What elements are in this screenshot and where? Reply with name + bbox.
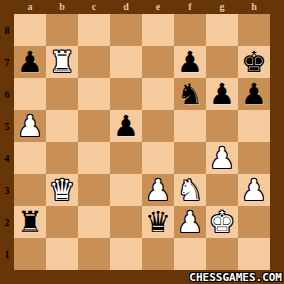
black-pawn: ♟ [241,78,267,110]
black-knight: ♞ [177,78,203,110]
square-c8[interactable] [78,14,110,46]
square-f8[interactable] [174,14,206,46]
rank-label-1: 1 [0,238,14,270]
square-g7[interactable] [206,46,238,78]
square-a2[interactable]: ♜ [14,206,46,238]
square-b7[interactable]: ♜ [46,46,78,78]
square-e6[interactable] [142,78,174,110]
square-e8[interactable] [142,14,174,46]
white-pawn: ♟ [145,174,171,206]
square-d1[interactable] [110,238,142,270]
square-h4[interactable] [238,142,270,174]
square-g8[interactable] [206,14,238,46]
square-g3[interactable] [206,174,238,206]
square-h7[interactable]: ♚ [238,46,270,78]
square-h5[interactable] [238,110,270,142]
black-rook: ♜ [17,206,43,238]
white-rook: ♜ [49,46,75,78]
white-pawn: ♟ [17,110,43,142]
square-f4[interactable] [174,142,206,174]
square-e4[interactable] [142,142,174,174]
square-d4[interactable] [110,142,142,174]
file-label-c: c [78,0,110,14]
square-c3[interactable] [78,174,110,206]
black-king: ♚ [241,46,267,78]
file-label-g: g [206,0,238,14]
square-c7[interactable] [78,46,110,78]
square-a3[interactable] [14,174,46,206]
square-a4[interactable] [14,142,46,174]
square-h3[interactable]: ♟ [238,174,270,206]
chess-board: ♟♜♟♚♞♟♟♟♟♟♛♟♞♟♜♛♟♚ [14,14,270,270]
square-b2[interactable] [46,206,78,238]
white-pawn: ♟ [177,206,203,238]
square-e3[interactable]: ♟ [142,174,174,206]
square-a6[interactable] [14,78,46,110]
file-label-a: a [14,0,46,14]
square-d7[interactable] [110,46,142,78]
square-b3[interactable]: ♛ [46,174,78,206]
square-a7[interactable]: ♟ [14,46,46,78]
square-f6[interactable]: ♞ [174,78,206,110]
white-queen: ♛ [49,174,75,206]
file-label-d: d [110,0,142,14]
square-a5[interactable]: ♟ [14,110,46,142]
square-d6[interactable] [110,78,142,110]
square-f2[interactable]: ♟ [174,206,206,238]
rank-labels: 87654321 [0,14,14,270]
black-queen: ♛ [145,206,171,238]
file-labels: abcdefgh [14,0,270,14]
square-h6[interactable]: ♟ [238,78,270,110]
square-a8[interactable] [14,14,46,46]
square-b1[interactable] [46,238,78,270]
white-knight: ♞ [177,174,203,206]
square-g4[interactable]: ♟ [206,142,238,174]
square-a1[interactable] [14,238,46,270]
rank-label-7: 7 [0,46,14,78]
black-pawn: ♟ [113,110,139,142]
square-f3[interactable]: ♞ [174,174,206,206]
square-d3[interactable] [110,174,142,206]
file-label-e: e [142,0,174,14]
square-b4[interactable] [46,142,78,174]
square-e5[interactable] [142,110,174,142]
square-b6[interactable] [46,78,78,110]
black-pawn: ♟ [177,46,203,78]
white-king: ♚ [209,206,235,238]
square-f5[interactable] [174,110,206,142]
rank-label-4: 4 [0,142,14,174]
square-b8[interactable] [46,14,78,46]
square-g1[interactable] [206,238,238,270]
file-label-f: f [174,0,206,14]
white-pawn: ♟ [209,142,235,174]
rank-label-2: 2 [0,206,14,238]
square-d8[interactable] [110,14,142,46]
rank-label-6: 6 [0,78,14,110]
square-d5[interactable]: ♟ [110,110,142,142]
square-g6[interactable]: ♟ [206,78,238,110]
file-label-h: h [238,0,270,14]
black-pawn: ♟ [17,46,43,78]
rank-label-5: 5 [0,110,14,142]
rank-label-3: 3 [0,174,14,206]
file-label-b: b [46,0,78,14]
square-h2[interactable] [238,206,270,238]
square-c6[interactable] [78,78,110,110]
square-e1[interactable] [142,238,174,270]
square-e7[interactable] [142,46,174,78]
black-pawn: ♟ [209,78,235,110]
site-watermark: CHESSGAMES.COM [189,270,282,284]
white-pawn: ♟ [241,174,267,206]
chess-diagram: abcdefgh 87654321 ♟♜♟♚♞♟♟♟♟♟♛♟♞♟♜♛♟♚ CHE… [0,0,284,284]
square-c2[interactable] [78,206,110,238]
square-g2[interactable]: ♚ [206,206,238,238]
square-b5[interactable] [46,110,78,142]
square-g5[interactable] [206,110,238,142]
square-f1[interactable] [174,238,206,270]
square-e2[interactable]: ♛ [142,206,174,238]
square-c4[interactable] [78,142,110,174]
square-c5[interactable] [78,110,110,142]
square-f7[interactable]: ♟ [174,46,206,78]
square-h1[interactable] [238,238,270,270]
square-h8[interactable] [238,14,270,46]
square-c1[interactable] [78,238,110,270]
rank-label-8: 8 [0,14,14,46]
square-d2[interactable] [110,206,142,238]
